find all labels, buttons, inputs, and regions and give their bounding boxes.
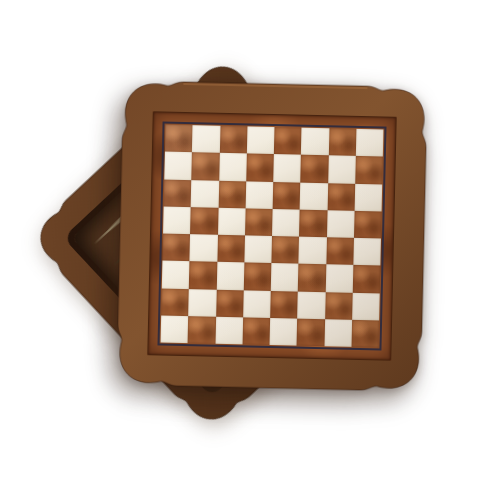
square-c7 — [219, 153, 247, 181]
square-e7 — [273, 154, 301, 182]
square-a3 — [162, 261, 190, 289]
square-e6 — [273, 182, 301, 210]
square-g8 — [328, 128, 356, 156]
square-e4 — [271, 236, 299, 264]
square-h4 — [353, 238, 381, 266]
square-d8 — [247, 126, 275, 154]
square-e8 — [274, 127, 302, 155]
square-a1 — [161, 315, 189, 343]
square-h5 — [354, 211, 382, 239]
square-b4 — [190, 234, 218, 262]
square-g6 — [327, 183, 355, 211]
square-f4 — [299, 237, 327, 265]
square-b8 — [192, 125, 220, 153]
square-b5 — [190, 207, 218, 235]
square-g3 — [325, 264, 353, 292]
square-d3 — [244, 263, 272, 291]
square-h8 — [356, 129, 384, 157]
square-h1 — [351, 320, 379, 348]
square-d1 — [242, 317, 270, 345]
square-c4 — [217, 235, 245, 263]
square-g7 — [328, 156, 356, 184]
square-a8 — [165, 125, 193, 153]
square-d5 — [245, 208, 273, 236]
square-b1 — [188, 316, 216, 344]
square-c6 — [218, 180, 246, 208]
square-e2 — [270, 290, 298, 318]
square-e5 — [272, 209, 300, 237]
square-d7 — [246, 154, 274, 182]
square-f7 — [300, 155, 328, 183]
square-f6 — [300, 182, 328, 210]
square-h2 — [352, 292, 380, 320]
square-c3 — [216, 262, 244, 290]
square-d4 — [244, 235, 272, 263]
square-f5 — [299, 209, 327, 237]
square-e1 — [270, 318, 298, 346]
square-g5 — [326, 210, 354, 238]
square-h3 — [352, 265, 380, 293]
square-f3 — [298, 264, 326, 292]
square-a7 — [164, 152, 192, 180]
square-e3 — [271, 263, 299, 291]
square-h7 — [355, 156, 383, 184]
square-b6 — [191, 180, 219, 208]
square-c8 — [219, 126, 247, 154]
square-a4 — [162, 234, 190, 262]
square-a6 — [164, 179, 192, 207]
square-b7 — [192, 152, 220, 180]
product-photo-stage — [0, 0, 480, 480]
square-g4 — [326, 237, 354, 265]
square-b3 — [189, 261, 217, 289]
chess-grid — [161, 125, 384, 348]
square-g1 — [324, 319, 352, 347]
square-f8 — [301, 128, 329, 156]
square-g2 — [325, 292, 353, 320]
square-d6 — [245, 181, 273, 209]
square-f1 — [297, 318, 325, 346]
square-f2 — [297, 291, 325, 319]
square-d2 — [243, 290, 271, 318]
square-c1 — [215, 316, 243, 344]
square-b2 — [188, 289, 216, 317]
square-a2 — [161, 288, 189, 316]
square-c2 — [216, 289, 244, 317]
chess-board — [106, 70, 437, 401]
square-h6 — [354, 183, 382, 211]
square-c5 — [218, 208, 246, 236]
square-a5 — [163, 206, 191, 234]
